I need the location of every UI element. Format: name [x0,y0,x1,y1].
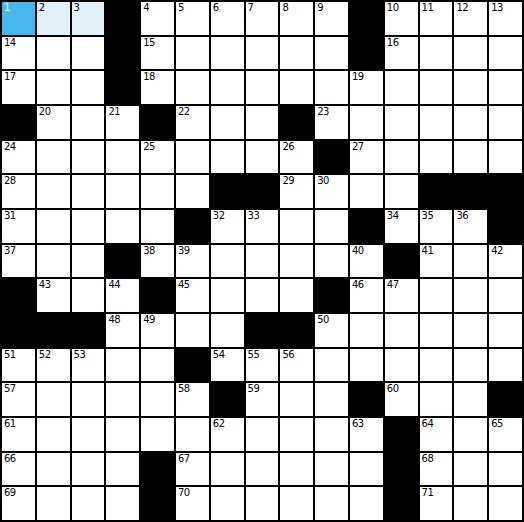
clue-number-10: 10 [387,2,399,13]
clue-number-57: 57 [4,383,16,394]
cell-r4c1[interactable] [37,141,70,174]
clue-number-21: 21 [108,106,120,117]
cell-r7c6[interactable] [211,245,244,278]
black-square-r1c10 [350,37,383,70]
cell-r14c6[interactable] [211,487,244,520]
clue-number-7: 7 [248,2,254,13]
clue-number-45: 45 [178,279,190,290]
cell-r0c13[interactable]: 12 [454,2,487,35]
cell-r4c5[interactable] [176,141,209,174]
cell-r5c4[interactable] [141,175,174,208]
cell-r7c2[interactable] [72,245,105,278]
clue-number-15: 15 [143,37,155,48]
black-square-r9c2 [72,314,105,347]
clue-number-23: 23 [317,106,329,117]
clue-number-44: 44 [108,279,120,290]
cell-r1c11[interactable]: 16 [385,37,418,70]
clue-number-30: 30 [317,175,329,186]
cell-r9c13[interactable] [454,314,487,347]
clue-number-70: 70 [178,487,190,498]
cell-r14c9[interactable] [315,487,348,520]
cell-r6c12[interactable]: 35 [420,210,453,243]
cell-r8c3[interactable]: 44 [106,279,139,312]
cell-r5c2[interactable] [72,175,105,208]
black-square-r5c14 [489,175,522,208]
cell-r3c11[interactable] [385,106,418,139]
cell-r4c13[interactable] [454,141,487,174]
clue-number-22: 22 [178,106,190,117]
clue-number-8: 8 [282,2,288,13]
cell-r12c9[interactable] [315,418,348,451]
black-square-r11c14 [489,383,522,416]
clue-number-20: 20 [39,106,51,117]
cell-r12c12[interactable]: 64 [420,418,453,451]
cell-r4c12[interactable] [420,141,453,174]
black-square-r6c5 [176,210,209,243]
cell-r0c11[interactable]: 10 [385,2,418,35]
cell-r13c5[interactable]: 67 [176,453,209,486]
cell-r5c1[interactable] [37,175,70,208]
clue-number-64: 64 [422,418,434,429]
cell-r8c6[interactable] [211,279,244,312]
clue-number-25: 25 [143,141,155,152]
cell-r4c11[interactable] [385,141,418,174]
cell-r10c1[interactable]: 52 [37,349,70,382]
cell-r3c2[interactable] [72,106,105,139]
clue-number-47: 47 [387,279,399,290]
black-square-r9c1 [37,314,70,347]
cell-r4c7[interactable] [246,141,279,174]
clue-number-33: 33 [248,210,260,221]
cell-r10c6[interactable]: 54 [211,349,244,382]
cell-r13c8[interactable] [280,453,313,486]
cell-r8c10[interactable]: 46 [350,279,383,312]
cell-r9c11[interactable] [385,314,418,347]
cell-r10c0[interactable]: 51 [2,349,35,382]
cell-r6c3[interactable] [106,210,139,243]
clue-number-63: 63 [352,418,364,429]
black-square-r5c12 [420,175,453,208]
cell-r10c7[interactable]: 55 [246,349,279,382]
black-square-r7c3 [106,245,139,278]
clue-number-35: 35 [422,210,434,221]
cell-r6c2[interactable] [72,210,105,243]
cell-r9c12[interactable] [420,314,453,347]
black-square-r5c7 [246,175,279,208]
clue-number-39: 39 [178,245,190,256]
black-square-r8c0 [2,279,35,312]
clue-number-37: 37 [4,245,16,256]
cell-r13c3[interactable] [106,453,139,486]
cell-r2c14[interactable] [489,71,522,104]
cell-r8c5[interactable]: 45 [176,279,209,312]
cell-r0c8[interactable]: 8 [280,2,313,35]
clue-number-18: 18 [143,71,155,82]
cell-r7c9[interactable] [315,245,348,278]
cell-r1c14[interactable] [489,37,522,70]
cell-r1c0[interactable]: 14 [2,37,35,70]
cell-r3c6[interactable] [211,106,244,139]
selected-cell-r0c0[interactable]: 1 [2,2,35,35]
highlighted-cell-r0c2[interactable]: 3 [72,2,105,35]
cell-r9c4[interactable]: 49 [141,314,174,347]
cell-r12c5[interactable] [176,418,209,451]
clue-number-51: 51 [4,349,16,360]
cell-r3c14[interactable] [489,106,522,139]
crossword-grid: 1234567891011121314151617181920212223242… [0,0,524,522]
cell-r0c7[interactable]: 7 [246,2,279,35]
clue-number-5: 5 [178,2,184,13]
black-square-r5c6 [211,175,244,208]
cell-r9c10[interactable] [350,314,383,347]
black-square-r4c9 [315,141,348,174]
cell-r2c0[interactable]: 17 [2,71,35,104]
highlighted-cell-r0c1[interactable]: 2 [37,2,70,35]
cell-r7c7[interactable] [246,245,279,278]
cell-r13c2[interactable] [72,453,105,486]
cell-r1c12[interactable] [420,37,453,70]
cell-r12c13[interactable] [454,418,487,451]
clue-number-32: 32 [213,210,225,221]
cell-r1c2[interactable] [72,37,105,70]
cell-r13c6[interactable] [211,453,244,486]
black-square-r12c11 [385,418,418,451]
cell-r11c1[interactable] [37,383,70,416]
cell-r14c5[interactable]: 70 [176,487,209,520]
cell-r12c4[interactable] [141,418,174,451]
cell-r1c1[interactable] [37,37,70,70]
cell-r4c3[interactable] [106,141,139,174]
clue-number-54: 54 [213,349,225,360]
clue-number-17: 17 [4,71,16,82]
clue-number-24: 24 [4,141,16,152]
clue-number-3: 3 [74,2,80,13]
cell-r14c12[interactable]: 71 [420,487,453,520]
cell-r5c3[interactable] [106,175,139,208]
clue-number-4: 4 [143,2,149,13]
cell-r7c0[interactable]: 37 [2,245,35,278]
clue-number-34: 34 [387,210,399,221]
black-square-r3c4 [141,106,174,139]
cell-r11c11[interactable]: 60 [385,383,418,416]
cell-r4c0[interactable]: 24 [2,141,35,174]
cell-r12c8[interactable] [280,418,313,451]
black-square-r2c3 [106,71,139,104]
black-square-r9c0 [2,314,35,347]
cell-r6c13[interactable]: 36 [454,210,487,243]
clue-number-28: 28 [4,175,16,186]
cell-r14c2[interactable] [72,487,105,520]
cell-r11c7[interactable]: 59 [246,383,279,416]
cell-r2c12[interactable] [420,71,453,104]
clue-number-12: 12 [456,2,468,13]
clue-number-19: 19 [352,71,364,82]
cell-r13c0[interactable]: 66 [2,453,35,486]
clue-number-42: 42 [491,245,503,256]
cell-r7c12[interactable]: 41 [420,245,453,278]
clue-number-71: 71 [422,487,434,498]
cell-r2c13[interactable] [454,71,487,104]
clue-number-26: 26 [282,141,294,152]
cell-r2c9[interactable] [315,71,348,104]
black-square-r6c14 [489,210,522,243]
cell-r6c0[interactable]: 31 [2,210,35,243]
black-square-r5c13 [454,175,487,208]
cell-r13c1[interactable] [37,453,70,486]
cell-r3c10[interactable] [350,106,383,139]
clue-number-9: 9 [317,2,323,13]
clue-number-6: 6 [213,2,219,13]
cell-r8c11[interactable]: 47 [385,279,418,312]
cell-r4c10[interactable]: 27 [350,141,383,174]
cell-r8c14[interactable] [489,279,522,312]
cell-r5c10[interactable] [350,175,383,208]
cell-r9c5[interactable] [176,314,209,347]
cell-r6c4[interactable] [141,210,174,243]
cell-r2c1[interactable] [37,71,70,104]
cell-r13c13[interactable] [454,453,487,486]
clue-number-67: 67 [178,453,190,464]
cell-r2c5[interactable] [176,71,209,104]
cell-r12c2[interactable] [72,418,105,451]
cell-r4c4[interactable]: 25 [141,141,174,174]
clue-number-65: 65 [491,418,503,429]
cell-r14c10[interactable] [350,487,383,520]
cell-r6c6[interactable]: 32 [211,210,244,243]
cell-r11c2[interactable] [72,383,105,416]
cell-r10c9[interactable] [315,349,348,382]
black-square-r0c3 [106,2,139,35]
cell-r9c6[interactable] [211,314,244,347]
cell-r14c0[interactable]: 69 [2,487,35,520]
clue-number-29: 29 [282,175,294,186]
clue-number-66: 66 [4,453,16,464]
cell-r2c7[interactable] [246,71,279,104]
cell-r8c13[interactable] [454,279,487,312]
cell-r12c14[interactable]: 65 [489,418,522,451]
black-square-r9c8 [280,314,313,347]
cell-r8c2[interactable] [72,279,105,312]
cell-r4c8[interactable]: 26 [280,141,313,174]
clue-number-56: 56 [282,349,294,360]
black-square-r14c11 [385,487,418,520]
cell-r14c13[interactable] [454,487,487,520]
cell-r1c5[interactable] [176,37,209,70]
cell-r7c13[interactable] [454,245,487,278]
cell-r8c1[interactable]: 43 [37,279,70,312]
clue-number-2: 2 [39,2,45,13]
cell-r5c9[interactable]: 30 [315,175,348,208]
black-square-r8c9 [315,279,348,312]
black-square-r1c3 [106,37,139,70]
cell-r1c7[interactable] [246,37,279,70]
cell-r14c7[interactable] [246,487,279,520]
cell-r12c1[interactable] [37,418,70,451]
clue-number-50: 50 [317,314,329,325]
cell-r2c2[interactable] [72,71,105,104]
clue-number-49: 49 [143,314,155,325]
clue-number-68: 68 [422,453,434,464]
cell-r8c12[interactable] [420,279,453,312]
cell-r7c10[interactable]: 40 [350,245,383,278]
cell-r5c5[interactable] [176,175,209,208]
clue-number-61: 61 [4,418,16,429]
cell-r11c4[interactable] [141,383,174,416]
cell-r8c7[interactable] [246,279,279,312]
black-square-r14c4 [141,487,174,520]
cell-r6c9[interactable] [315,210,348,243]
black-square-r6c10 [350,210,383,243]
cell-r13c10[interactable] [350,453,383,486]
clue-number-43: 43 [39,279,51,290]
cell-r2c10[interactable]: 19 [350,71,383,104]
cell-r10c11[interactable] [385,349,418,382]
cell-r11c0[interactable]: 57 [2,383,35,416]
cell-r7c1[interactable] [37,245,70,278]
cell-r9c14[interactable] [489,314,522,347]
black-square-r7c11 [385,245,418,278]
cell-r1c8[interactable] [280,37,313,70]
cell-r11c8[interactable] [280,383,313,416]
cell-r13c9[interactable] [315,453,348,486]
cell-r11c5[interactable]: 58 [176,383,209,416]
cell-r11c9[interactable] [315,383,348,416]
clue-number-62: 62 [213,418,225,429]
cell-r3c13[interactable] [454,106,487,139]
cell-r12c0[interactable]: 61 [2,418,35,451]
cell-r3c9[interactable]: 23 [315,106,348,139]
cell-r6c11[interactable]: 34 [385,210,418,243]
clue-number-48: 48 [108,314,120,325]
cell-r10c13[interactable] [454,349,487,382]
cell-r2c4[interactable]: 18 [141,71,174,104]
black-square-r11c10 [350,383,383,416]
cell-r2c8[interactable] [280,71,313,104]
clue-number-58: 58 [178,383,190,394]
black-square-r8c4 [141,279,174,312]
cell-r2c6[interactable] [211,71,244,104]
cell-r11c12[interactable] [420,383,453,416]
cell-r5c0[interactable]: 28 [2,175,35,208]
black-square-r0c10 [350,2,383,35]
cell-r10c12[interactable] [420,349,453,382]
clue-number-36: 36 [456,210,468,221]
cell-r4c14[interactable] [489,141,522,174]
clue-number-69: 69 [4,487,16,498]
black-square-r3c8 [280,106,313,139]
cell-r4c6[interactable] [211,141,244,174]
cell-r1c6[interactable] [211,37,244,70]
cell-r14c8[interactable] [280,487,313,520]
cell-r3c5[interactable]: 22 [176,106,209,139]
clue-number-38: 38 [143,245,155,256]
clue-number-46: 46 [352,279,364,290]
cell-r0c4[interactable]: 4 [141,2,174,35]
clue-number-13: 13 [491,2,503,13]
cell-r1c9[interactable] [315,37,348,70]
cell-r10c4[interactable] [141,349,174,382]
cell-r5c11[interactable] [385,175,418,208]
cell-r10c3[interactable] [106,349,139,382]
cell-r6c1[interactable] [37,210,70,243]
cell-r7c8[interactable] [280,245,313,278]
clue-number-1: 1 [4,2,10,13]
cell-r10c8[interactable]: 56 [280,349,313,382]
cell-r0c12[interactable]: 11 [420,2,453,35]
cell-r13c14[interactable] [489,453,522,486]
cell-r4c2[interactable] [72,141,105,174]
black-square-r11c6 [211,383,244,416]
cell-r10c14[interactable] [489,349,522,382]
cell-r2c11[interactable] [385,71,418,104]
cell-r3c7[interactable] [246,106,279,139]
clue-number-55: 55 [248,349,260,360]
cell-r13c12[interactable]: 68 [420,453,453,486]
cell-r14c3[interactable] [106,487,139,520]
cell-r1c4[interactable]: 15 [141,37,174,70]
cell-r7c4[interactable]: 38 [141,245,174,278]
cell-r14c14[interactable] [489,487,522,520]
clue-number-11: 11 [422,2,434,13]
cell-r0c9[interactable]: 9 [315,2,348,35]
clue-number-16: 16 [387,37,399,48]
cell-r11c3[interactable] [106,383,139,416]
cell-r13c7[interactable] [246,453,279,486]
black-square-r3c0 [2,106,35,139]
cell-r9c3[interactable]: 48 [106,314,139,347]
clue-number-60: 60 [387,383,399,394]
clue-number-40: 40 [352,245,364,256]
cell-r11c13[interactable] [454,383,487,416]
cell-r6c7[interactable]: 33 [246,210,279,243]
cell-r7c14[interactable]: 42 [489,245,522,278]
cell-r3c1[interactable]: 20 [37,106,70,139]
cell-r3c3[interactable]: 21 [106,106,139,139]
clue-number-31: 31 [4,210,16,221]
cell-r6c8[interactable] [280,210,313,243]
clue-number-14: 14 [4,37,16,48]
cell-r12c3[interactable] [106,418,139,451]
clue-number-52: 52 [39,349,51,360]
cell-r9c9[interactable]: 50 [315,314,348,347]
cell-r12c6[interactable]: 62 [211,418,244,451]
cell-r12c7[interactable] [246,418,279,451]
cell-r12c10[interactable]: 63 [350,418,383,451]
black-square-r9c7 [246,314,279,347]
black-square-r13c11 [385,453,418,486]
cell-r10c10[interactable] [350,349,383,382]
cell-r8c8[interactable] [280,279,313,312]
cell-r0c5[interactable]: 5 [176,2,209,35]
black-square-r10c5 [176,349,209,382]
black-square-r13c4 [141,453,174,486]
cell-r7c5[interactable]: 39 [176,245,209,278]
clue-number-27: 27 [352,141,364,152]
cell-r1c13[interactable] [454,37,487,70]
clue-number-59: 59 [248,383,260,394]
cell-r0c14[interactable]: 13 [489,2,522,35]
cell-r5c8[interactable]: 29 [280,175,313,208]
cell-r14c1[interactable] [37,487,70,520]
cell-r0c6[interactable]: 6 [211,2,244,35]
clue-number-53: 53 [74,349,86,360]
cell-r10c2[interactable]: 53 [72,349,105,382]
cell-r3c12[interactable] [420,106,453,139]
clue-number-41: 41 [422,245,434,256]
